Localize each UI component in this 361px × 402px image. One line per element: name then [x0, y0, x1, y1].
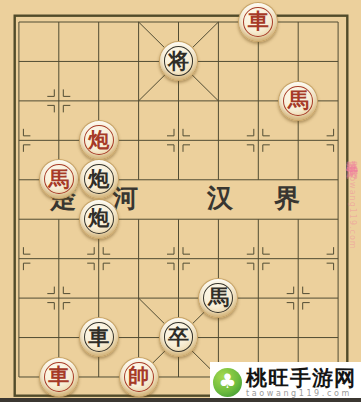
piece-red-horse[interactable]: 馬 [278, 81, 318, 120]
piece-glyph: 車 [248, 10, 269, 31]
piece-black-soldier[interactable]: 卒 [159, 318, 199, 357]
piece-black-cannon[interactable]: 炮 [79, 160, 119, 199]
piece-black-cannon[interactable]: 炮 [79, 199, 119, 238]
watermark-url: taowang119.com [246, 389, 361, 398]
piece-glyph: 車 [48, 365, 69, 386]
piece-red-general[interactable]: 帥 [119, 357, 159, 396]
piece-red-chariot[interactable]: 車 [39, 357, 79, 396]
piece-glyph: 馬 [288, 89, 309, 110]
piece-glyph: 炮 [88, 168, 109, 189]
bottom-edge-strip [0, 398, 361, 402]
clover-icon: ♣ [213, 368, 242, 397]
piece-black-chariot[interactable]: 車 [79, 318, 119, 357]
piece-glyph: 将 [168, 50, 189, 71]
watermark-title: 桃旺手游网 [246, 367, 361, 389]
piece-glyph: 炮 [88, 129, 109, 150]
piece-red-chariot[interactable]: 車 [238, 2, 278, 41]
piece-glyph: 車 [88, 326, 109, 347]
piece-glyph: 卒 [168, 326, 189, 347]
piece-black-horse[interactable]: 馬 [198, 278, 238, 317]
xiangqi-board-screen: 楚河 汉界 車 将 馬 炮 馬 炮 炮 馬 [0, 0, 361, 402]
piece-black-general[interactable]: 将 [159, 41, 199, 80]
piece-red-cannon[interactable]: 炮 [79, 120, 119, 159]
xiangqi-board: 車 将 馬 炮 馬 炮 炮 馬 車 [0, 2, 358, 396]
piece-glyph: 帥 [128, 365, 149, 386]
piece-glyph: 炮 [88, 207, 109, 228]
piece-glyph: 馬 [208, 286, 229, 307]
piece-glyph: 馬 [48, 168, 69, 189]
site-watermark: ♣ 桃旺手游网 taowang119.com [210, 362, 361, 402]
piece-red-horse[interactable]: 馬 [39, 160, 79, 199]
